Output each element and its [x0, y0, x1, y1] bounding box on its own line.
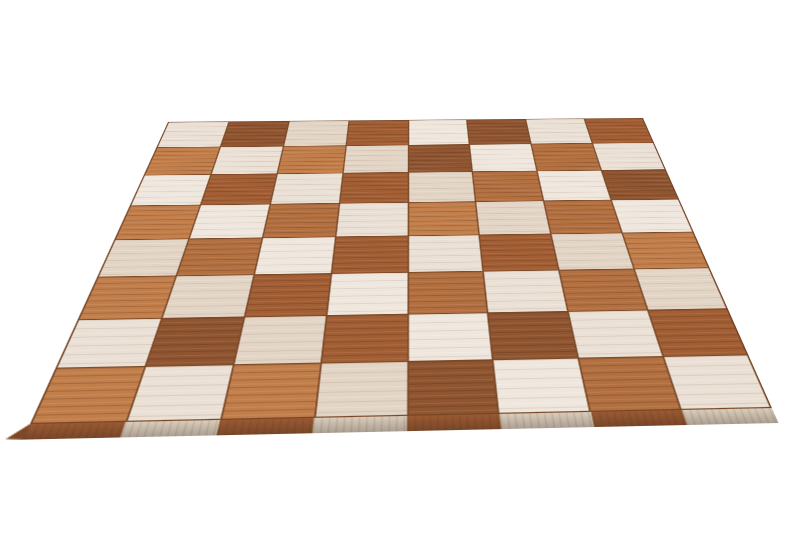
square-g7[interactable] [532, 143, 601, 170]
square-d7[interactable] [343, 145, 407, 172]
square-c4[interactable] [255, 237, 335, 275]
square-h3[interactable] [635, 268, 726, 309]
square-h8[interactable] [585, 118, 653, 142]
square-g3[interactable] [560, 270, 647, 312]
square-c3[interactable] [245, 274, 330, 316]
square-d5[interactable] [336, 203, 407, 237]
square-b6[interactable] [201, 174, 276, 204]
square-e4[interactable] [408, 235, 483, 272]
square-c7[interactable] [278, 146, 345, 173]
square-a5[interactable] [116, 205, 200, 239]
square-d8[interactable] [346, 120, 407, 145]
square-e6[interactable] [408, 172, 475, 202]
square-b3[interactable] [163, 275, 253, 318]
board-edge-segment [217, 418, 314, 436]
board-edge-segment [499, 412, 594, 429]
square-e8[interactable] [409, 120, 470, 145]
photo-background [0, 0, 800, 533]
board-edge-segment [682, 408, 779, 425]
square-b5[interactable] [190, 204, 269, 238]
square-d1[interactable] [315, 362, 406, 417]
square-f6[interactable] [473, 171, 543, 201]
square-g2[interactable] [569, 311, 662, 358]
square-f2[interactable] [489, 312, 578, 359]
square-c1[interactable] [222, 364, 320, 419]
square-b8[interactable] [221, 121, 288, 146]
square-d6[interactable] [340, 172, 407, 202]
square-a7[interactable] [145, 147, 219, 175]
square-a4[interactable] [99, 239, 188, 277]
square-b7[interactable] [212, 146, 283, 174]
square-e3[interactable] [408, 272, 487, 314]
square-h4[interactable] [623, 232, 708, 269]
square-d2[interactable] [321, 315, 406, 363]
square-b2[interactable] [146, 318, 243, 366]
square-e7[interactable] [408, 145, 472, 172]
square-f4[interactable] [480, 234, 558, 271]
square-c2[interactable] [234, 316, 325, 364]
square-f8[interactable] [468, 119, 531, 144]
square-a1[interactable] [32, 367, 144, 423]
chessboard [30, 118, 772, 424]
board-edge-segment [312, 416, 407, 433]
square-h1[interactable] [664, 356, 769, 409]
square-a6[interactable] [131, 175, 210, 206]
square-g8[interactable] [527, 119, 592, 144]
square-h5[interactable] [612, 199, 692, 232]
square-a3[interactable] [79, 277, 175, 320]
square-c6[interactable] [271, 173, 342, 203]
square-b4[interactable] [177, 238, 262, 276]
square-e5[interactable] [408, 202, 478, 235]
square-h7[interactable] [593, 143, 664, 170]
board-edge-segment [23, 422, 126, 440]
square-h6[interactable] [602, 170, 677, 200]
square-a8[interactable] [158, 122, 228, 147]
square-e1[interactable] [408, 360, 498, 414]
square-g5[interactable] [545, 200, 622, 233]
square-g1[interactable] [580, 357, 680, 411]
square-f5[interactable] [477, 201, 551, 234]
square-e2[interactable] [408, 313, 492, 361]
square-c5[interactable] [263, 203, 338, 237]
board-grid [30, 118, 772, 424]
square-d4[interactable] [332, 236, 407, 274]
square-f1[interactable] [494, 359, 589, 413]
board-edge-segment [120, 420, 220, 438]
square-f3[interactable] [484, 271, 567, 313]
board-edge-segment [407, 414, 501, 431]
square-f7[interactable] [470, 144, 536, 171]
square-a2[interactable] [57, 319, 160, 368]
square-g6[interactable] [538, 170, 611, 200]
square-g4[interactable] [552, 233, 634, 270]
board-edge-segment [591, 410, 687, 427]
square-h2[interactable] [649, 309, 747, 356]
square-b1[interactable] [128, 365, 233, 420]
square-c8[interactable] [284, 121, 348, 146]
square-d3[interactable] [327, 273, 407, 315]
